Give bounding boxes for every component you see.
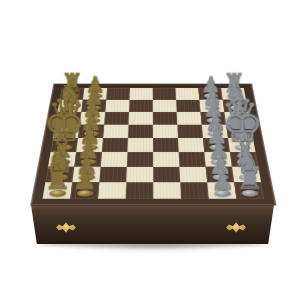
square: [128, 125, 153, 138]
square: [99, 167, 127, 183]
clasp-icon: [56, 222, 76, 233]
square: [129, 88, 152, 100]
chess-set-scene: ♜♟♟♜♞♟♟♞♝♟♟♝♛♟♟♛♚♟♟♚♝♟♟♝♞♟♟♞♜♟♟♜: [0, 0, 300, 300]
square: [98, 182, 126, 198]
square: [178, 138, 204, 152]
box-front-panel: [31, 205, 274, 244]
square: [176, 100, 200, 112]
square: [176, 88, 200, 100]
square: [106, 88, 130, 100]
square: [104, 112, 129, 125]
piece-gold-rook: ♜: [43, 163, 71, 194]
square: [177, 112, 202, 125]
square: [126, 182, 154, 198]
clasp-icon: [226, 222, 246, 233]
square: [101, 152, 128, 167]
piece-silver-pawn: ♟: [210, 168, 234, 194]
square: [102, 138, 128, 152]
square: ♟: [70, 182, 99, 198]
square: [177, 125, 203, 138]
square: [153, 125, 178, 138]
square: [105, 100, 129, 112]
product-photo: ♜♟♟♜♞♟♟♞♝♟♟♝♛♟♟♛♚♟♟♚♝♟♟♝♞♟♟♞♜♟♟♜: [0, 0, 300, 300]
piece-gold-pawn: ♟: [73, 168, 97, 194]
square: [153, 138, 179, 152]
chess-board: ♜♟♟♜♞♟♟♞♝♟♟♝♛♟♟♛♚♟♟♚♝♟♟♝♞♟♟♞♜♟♟♜: [31, 84, 275, 205]
square: [126, 167, 153, 183]
square: [180, 182, 209, 198]
piece-silver-rook: ♜: [236, 163, 264, 194]
square: [153, 88, 176, 100]
square: [179, 152, 206, 167]
square: [153, 182, 181, 198]
square: [153, 152, 179, 167]
square: [103, 125, 129, 138]
board-frame: ♜♟♟♜♞♟♟♞♝♟♟♝♛♟♟♛♚♟♟♚♝♟♟♝♞♟♟♞♜♟♟♜: [31, 84, 275, 205]
square: [129, 112, 153, 125]
square: [127, 152, 153, 167]
square: [179, 167, 207, 183]
square: ♜: [234, 182, 264, 198]
square: ♟: [207, 182, 236, 198]
square: [129, 100, 153, 112]
square: [127, 138, 153, 152]
square: [153, 100, 177, 112]
square: ♜: [43, 182, 73, 198]
square: [153, 112, 177, 125]
square: [153, 167, 180, 183]
board-grid: ♜♟♟♜♞♟♟♞♝♟♟♝♛♟♟♛♚♟♟♚♝♟♟♝♞♟♟♞♜♟♟♜: [43, 88, 265, 199]
